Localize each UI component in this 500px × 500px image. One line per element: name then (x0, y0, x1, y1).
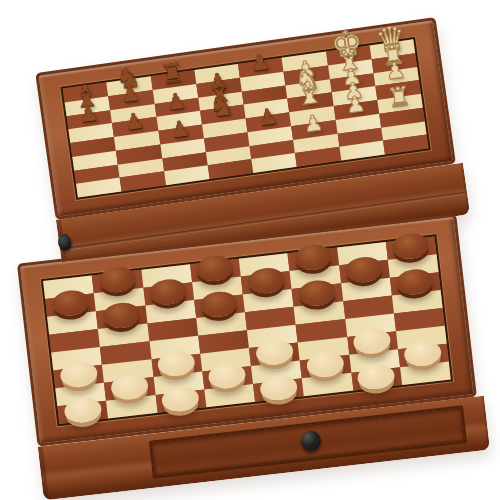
product-photo-canvas: ♞♜♟♚♛♝♟♟♟♝♜♟♟♝♞♟♟♟♞♝♟♟♟♟♜♟ (0, 0, 500, 500)
knob-icon (300, 430, 322, 452)
checkers-board-inlay (41, 234, 453, 426)
chess-box: ♞♜♟♚♛♝♟♟♟♝♜♟♟♝♞♟♟♟♞♝♟♟♟♟♜♟ (50, 10, 454, 250)
checkers-box-body (17, 214, 485, 500)
chess-board: ♞♜♟♚♛♝♟♟♟♝♜♟♟♝♞♟♟♟♞♝♟♟♟♟♜♟ (63, 39, 429, 197)
checkers-box (30, 232, 472, 488)
checkers-board (43, 236, 451, 424)
